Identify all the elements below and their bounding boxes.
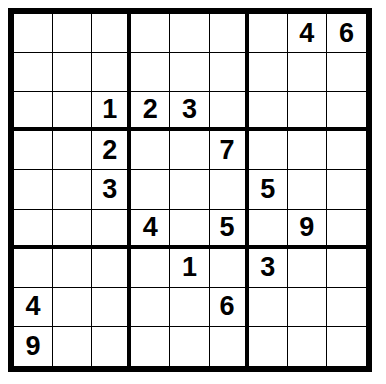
cell-r2c6[interactable]: [210, 53, 249, 92]
cell-r7c9[interactable]: [327, 249, 366, 288]
cell-r8c1[interactable]: 4: [14, 288, 53, 327]
cell-r7c7[interactable]: 3: [249, 249, 288, 288]
cell-r7c1[interactable]: [14, 249, 53, 288]
cell-r3c1[interactable]: [14, 92, 53, 131]
cell-r5c8[interactable]: [288, 170, 327, 209]
cell-r2c2[interactable]: [53, 53, 92, 92]
cell-r8c8[interactable]: [288, 288, 327, 327]
cell-r3c4[interactable]: 2: [131, 92, 170, 131]
cell-r3c6[interactable]: [210, 92, 249, 131]
cell-r9c2[interactable]: [53, 327, 92, 366]
cell-r5c5[interactable]: [170, 170, 209, 209]
cell-r1c1[interactable]: [14, 14, 53, 53]
cell-r5c7[interactable]: 5: [249, 170, 288, 209]
cell-r5c9[interactable]: [327, 170, 366, 209]
cell-r8c7[interactable]: [249, 288, 288, 327]
cell-r6c7[interactable]: [249, 210, 288, 249]
cell-r1c5[interactable]: [170, 14, 209, 53]
cell-r4c8[interactable]: [288, 131, 327, 170]
cell-r4c9[interactable]: [327, 131, 366, 170]
cell-r4c2[interactable]: [53, 131, 92, 170]
cell-r1c3[interactable]: [92, 14, 131, 53]
cell-r3c2[interactable]: [53, 92, 92, 131]
cell-r7c2[interactable]: [53, 249, 92, 288]
cell-r6c4[interactable]: 4: [131, 210, 170, 249]
cell-r5c2[interactable]: [53, 170, 92, 209]
cell-r9c6[interactable]: [210, 327, 249, 366]
cell-r6c9[interactable]: [327, 210, 366, 249]
cell-r1c4[interactable]: [131, 14, 170, 53]
cell-r5c3[interactable]: 3: [92, 170, 131, 209]
cell-r9c3[interactable]: [92, 327, 131, 366]
cell-r2c7[interactable]: [249, 53, 288, 92]
cell-r9c8[interactable]: [288, 327, 327, 366]
cell-r6c5[interactable]: [170, 210, 209, 249]
cell-r5c1[interactable]: [14, 170, 53, 209]
cell-r7c6[interactable]: [210, 249, 249, 288]
cell-r4c7[interactable]: [249, 131, 288, 170]
cell-r8c6[interactable]: 6: [210, 288, 249, 327]
cell-r2c4[interactable]: [131, 53, 170, 92]
cell-r6c6[interactable]: 5: [210, 210, 249, 249]
cell-r1c7[interactable]: [249, 14, 288, 53]
cell-r2c9[interactable]: [327, 53, 366, 92]
sudoku-board: 46123273545913469: [8, 8, 372, 372]
cell-r8c2[interactable]: [53, 288, 92, 327]
cell-r5c6[interactable]: [210, 170, 249, 209]
cell-r3c3[interactable]: 1: [92, 92, 131, 131]
cell-r7c4[interactable]: [131, 249, 170, 288]
cell-r5c4[interactable]: [131, 170, 170, 209]
cell-r4c5[interactable]: [170, 131, 209, 170]
cell-r2c8[interactable]: [288, 53, 327, 92]
cell-r4c1[interactable]: [14, 131, 53, 170]
cell-r8c3[interactable]: [92, 288, 131, 327]
cell-r6c8[interactable]: 9: [288, 210, 327, 249]
cell-r4c3[interactable]: 2: [92, 131, 131, 170]
cell-r1c2[interactable]: [53, 14, 92, 53]
cell-r1c8[interactable]: 4: [288, 14, 327, 53]
cell-r3c7[interactable]: [249, 92, 288, 131]
cell-r6c3[interactable]: [92, 210, 131, 249]
cell-r9c1[interactable]: 9: [14, 327, 53, 366]
cell-r3c9[interactable]: [327, 92, 366, 131]
sudoku-page: 46123273545913469: [0, 0, 386, 384]
cell-r2c5[interactable]: [170, 53, 209, 92]
cell-r9c5[interactable]: [170, 327, 209, 366]
cell-r7c3[interactable]: [92, 249, 131, 288]
cell-r8c9[interactable]: [327, 288, 366, 327]
cell-r9c7[interactable]: [249, 327, 288, 366]
cell-r3c5[interactable]: 3: [170, 92, 209, 131]
cell-r8c5[interactable]: [170, 288, 209, 327]
cell-r7c8[interactable]: [288, 249, 327, 288]
cell-r2c1[interactable]: [14, 53, 53, 92]
cell-r3c8[interactable]: [288, 92, 327, 131]
cell-r2c3[interactable]: [92, 53, 131, 92]
cell-r6c2[interactable]: [53, 210, 92, 249]
cell-r9c9[interactable]: [327, 327, 366, 366]
cell-r6c1[interactable]: [14, 210, 53, 249]
cell-r1c6[interactable]: [210, 14, 249, 53]
cell-r8c4[interactable]: [131, 288, 170, 327]
cell-r9c4[interactable]: [131, 327, 170, 366]
cell-r7c5[interactable]: 1: [170, 249, 209, 288]
cell-r4c4[interactable]: [131, 131, 170, 170]
cell-r1c9[interactable]: 6: [327, 14, 366, 53]
cell-r4c6[interactable]: 7: [210, 131, 249, 170]
